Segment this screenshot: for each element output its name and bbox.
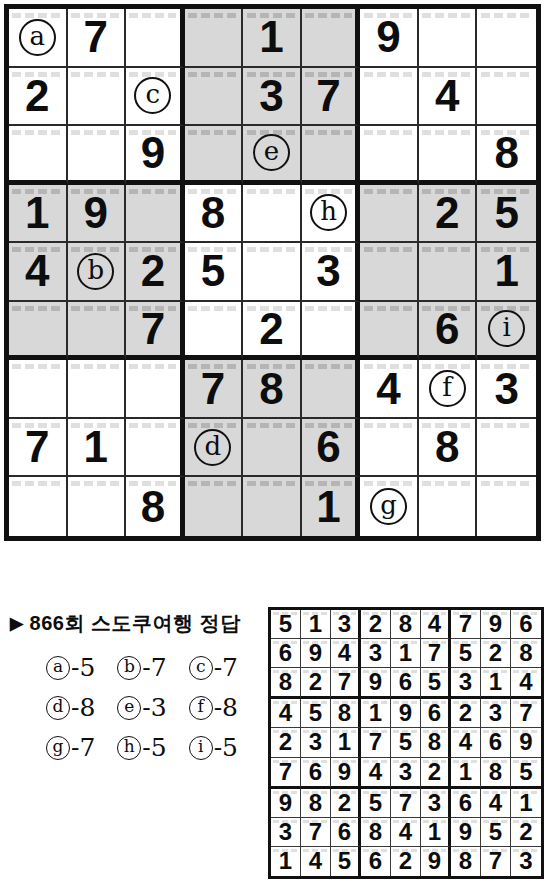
- solution-cell-r8c7: 9: [451, 818, 481, 847]
- solution-digit: 8: [459, 847, 472, 875]
- circled-letter-h: h: [310, 194, 347, 231]
- solution-cell-r1c1: 5: [271, 610, 301, 639]
- solution-digit: 3: [279, 818, 292, 846]
- solution-cell-r8c6: 1: [421, 818, 451, 847]
- solution-cell-r4c3: 8: [331, 699, 361, 728]
- watermark-stripe: [129, 189, 176, 194]
- puzzle-cell-r1c1: a: [9, 9, 68, 68]
- solution-cell-r2c1: 6: [271, 639, 301, 668]
- puzzle-cell-r9c9: [477, 477, 536, 536]
- puzzle-cell-r3c4: [185, 126, 244, 185]
- given-digit: 8: [494, 128, 518, 178]
- solution-cell-r2c4: 3: [361, 639, 391, 668]
- watermark-stripe: [12, 364, 62, 369]
- answer-value: -7: [142, 653, 166, 682]
- solution-digit: 7: [338, 668, 351, 696]
- solution-cell-r2c9: 8: [511, 639, 541, 668]
- solution-digit: 9: [309, 639, 322, 667]
- solution-cell-r6c6: 2: [421, 758, 451, 789]
- given-digit: 3: [494, 364, 518, 414]
- given-digit: 2: [141, 246, 165, 296]
- puzzle-cell-r7c8: f: [419, 360, 478, 419]
- answer-value: -3: [142, 693, 166, 722]
- given-digit: 2: [25, 71, 49, 121]
- solution-digit: 3: [428, 789, 441, 817]
- puzzle-cell-r2c9: [477, 68, 536, 127]
- puzzle-cell-r7c9: 3: [477, 360, 536, 419]
- given-digit: 4: [25, 246, 49, 296]
- watermark-stripe: [247, 423, 297, 428]
- solution-digit: 1: [338, 728, 351, 756]
- solution-cell-r1c9: 6: [511, 610, 541, 639]
- solution-cell-r7c7: 6: [451, 789, 481, 818]
- solution-digit: 1: [309, 610, 322, 638]
- solution-cell-r6c4: 4: [361, 758, 391, 789]
- given-digit: 3: [316, 246, 340, 296]
- solution-cell-r3c6: 5: [421, 668, 451, 699]
- solution-digit: 3: [489, 699, 502, 727]
- answer-pair-a: a-5: [46, 653, 117, 682]
- puzzle-cell-r4c5: [243, 185, 302, 244]
- given-digit: 5: [201, 246, 225, 296]
- solution-cell-r7c1: 9: [271, 789, 301, 818]
- solution-cell-r7c3: 2: [331, 789, 361, 818]
- solution-cell-r9c9: 3: [511, 847, 541, 876]
- solution-digit: 2: [369, 610, 382, 638]
- puzzle-cell-r5c3: 2: [126, 243, 185, 302]
- solution-cell-r8c3: 6: [331, 818, 361, 847]
- solution-digit: 5: [489, 818, 502, 846]
- puzzle-cell-r1c5: 1: [243, 9, 302, 68]
- watermark-stripe: [364, 189, 414, 194]
- answer-value: -7: [214, 653, 238, 682]
- watermark-stripe: [188, 72, 238, 77]
- puzzle-cell-r5c8: [419, 243, 478, 302]
- answer-pair-e: e-3: [117, 693, 188, 722]
- answer-row: d-8e-3f-8: [46, 693, 260, 722]
- solution-digit: 9: [459, 818, 472, 846]
- answer-key-title: ▶ 866회 스도쿠여행 정답: [10, 610, 260, 637]
- given-digit: 2: [259, 304, 283, 354]
- solution-digit: 5: [369, 789, 382, 817]
- puzzle-cell-r6c4: [185, 302, 244, 361]
- watermark-stripe: [364, 423, 414, 428]
- puzzle-cell-r8c7: [360, 419, 419, 478]
- solution-digit: 7: [459, 610, 472, 638]
- puzzle-cell-r4c1: 1: [9, 185, 68, 244]
- solution-cell-r8c1: 3: [271, 818, 301, 847]
- watermark-stripe: [71, 364, 121, 369]
- circled-letter-f: f: [189, 696, 213, 720]
- solution-cell-r8c8: 5: [481, 818, 511, 847]
- puzzle-cell-r2c1: 2: [9, 68, 68, 127]
- solution-digit: 4: [309, 847, 322, 875]
- watermark-stripe: [247, 189, 297, 194]
- puzzle-cell-r3c2: [68, 126, 127, 185]
- solution-cell-r2c5: 1: [391, 639, 421, 668]
- circled-letter-a: a: [19, 19, 56, 56]
- given-digit: 7: [201, 364, 225, 414]
- watermark-stripe: [481, 481, 533, 486]
- watermark-stripe: [422, 247, 472, 252]
- puzzle-cell-r5c9: 1: [477, 243, 536, 302]
- solution-cell-r3c3: 7: [331, 668, 361, 699]
- page: a7192c3749e8198h254b2531726i784f371d6881…: [0, 0, 545, 890]
- watermark-stripe: [305, 130, 352, 135]
- solution-digit: 8: [309, 789, 322, 817]
- given-digit: 1: [259, 12, 283, 62]
- watermark-stripe: [71, 306, 121, 311]
- puzzle-cell-r6c2: [68, 302, 127, 361]
- puzzle-cell-r8c1: 7: [9, 419, 68, 478]
- given-digit: 4: [435, 71, 459, 121]
- answer-value: -5: [71, 653, 95, 682]
- given-digit: 9: [376, 12, 400, 62]
- solution-digit: 5: [399, 728, 412, 756]
- puzzle-cell-r2c5: 3: [243, 68, 302, 127]
- puzzle-cell-r8c9: [477, 419, 536, 478]
- solution-cell-r3c5: 6: [391, 668, 421, 699]
- solution-cell-r7c6: 3: [421, 789, 451, 818]
- puzzle-cell-r3c1: [9, 126, 68, 185]
- circled-letter-g: g: [370, 488, 407, 525]
- solution-digit: 2: [338, 789, 351, 817]
- puzzle-cell-r3c6: [302, 126, 361, 185]
- solution-digit: 4: [459, 728, 472, 756]
- watermark-stripe: [71, 72, 121, 77]
- puzzle-cell-r4c7: [360, 185, 419, 244]
- solution-cell-r5c9: 9: [511, 728, 541, 757]
- puzzle-cell-r6c5: 2: [243, 302, 302, 361]
- circled-letter-e: e: [117, 696, 141, 720]
- solution-digit: 3: [369, 639, 382, 667]
- solution-cell-r9c8: 7: [481, 847, 511, 876]
- given-digit: 7: [25, 422, 49, 472]
- solution-digit: 2: [309, 668, 322, 696]
- puzzle-cell-r9c8: [419, 477, 478, 536]
- watermark-stripe: [364, 306, 414, 311]
- solution-cell-r4c9: 7: [511, 699, 541, 728]
- solution-cell-r2c3: 4: [331, 639, 361, 668]
- watermark-stripe: [12, 13, 62, 18]
- puzzle-cell-r5c5: [243, 243, 302, 302]
- puzzle-cell-r7c6: [302, 360, 361, 419]
- watermark-stripe: [129, 423, 176, 428]
- watermark-stripe: [364, 247, 414, 252]
- answer-value: -8: [214, 693, 238, 722]
- puzzle-cell-r7c7: 4: [360, 360, 419, 419]
- puzzle-cell-r9c7: g: [360, 477, 419, 536]
- solution-cell-r9c4: 6: [361, 847, 391, 876]
- solution-cell-r1c4: 2: [361, 610, 391, 639]
- answer-key: ▶ 866회 스도쿠여행 정답 a-5b-7c-7d-8e-3f-8g-7h-5…: [10, 610, 260, 773]
- solution-digit: 9: [428, 847, 441, 875]
- solution-digit: 5: [309, 699, 322, 727]
- puzzle-cell-r9c4: [185, 477, 244, 536]
- solution-cell-r4c5: 9: [391, 699, 421, 728]
- solution-cell-r9c6: 9: [421, 847, 451, 876]
- solution-digit: 1: [489, 668, 502, 696]
- circled-letter-f: f: [429, 370, 466, 407]
- solution-cell-r4c7: 2: [451, 699, 481, 728]
- circled-letter-e: e: [253, 134, 290, 171]
- given-digit: 6: [435, 304, 459, 354]
- given-digit: 9: [141, 128, 165, 178]
- solution-cell-r6c3: 9: [331, 758, 361, 789]
- solution-digit: 5: [428, 668, 441, 696]
- puzzle-cell-r1c2: 7: [68, 9, 127, 68]
- solution-cell-r1c8: 9: [481, 610, 511, 639]
- watermark-stripe: [71, 130, 121, 135]
- solution-digit: 3: [338, 610, 351, 638]
- answer-value: -7: [71, 733, 95, 762]
- solution-digit: 5: [519, 758, 532, 786]
- puzzle-cell-r1c7: 9: [360, 9, 419, 68]
- given-digit: 1: [84, 422, 108, 472]
- answer-pair-i: i-5: [189, 733, 260, 762]
- solution-digit: 6: [519, 610, 532, 638]
- solution-digit: 8: [279, 668, 292, 696]
- solution-digit: 8: [338, 699, 351, 727]
- puzzle-cell-r7c5: 8: [243, 360, 302, 419]
- watermark-stripe: [422, 481, 472, 486]
- puzzle-cell-r8c3: [126, 419, 185, 478]
- watermark-stripe: [364, 481, 414, 486]
- solution-grid: 5132847966943175288279653144581962372317…: [268, 607, 544, 879]
- solution-digit: 7: [519, 699, 532, 727]
- watermark-stripe: [188, 130, 238, 135]
- solution-digit: 9: [399, 699, 412, 727]
- answer-pair-c: c-7: [189, 653, 260, 682]
- watermark-stripe: [12, 306, 62, 311]
- watermark-stripe: [481, 72, 533, 77]
- circled-letter-a: a: [46, 656, 70, 680]
- answer-value: -5: [142, 733, 166, 762]
- watermark-stripe: [12, 130, 62, 135]
- puzzle-cell-r8c2: 1: [68, 419, 127, 478]
- solution-digit: 2: [399, 847, 412, 875]
- solution-digit: 6: [489, 728, 502, 756]
- puzzle-cell-r1c9: [477, 9, 536, 68]
- solution-cell-r3c1: 8: [271, 668, 301, 699]
- puzzle-cell-r9c1: [9, 477, 68, 536]
- puzzle-cell-r5c7: [360, 243, 419, 302]
- circled-letter-b: b: [77, 253, 114, 290]
- puzzle-cell-r7c1: [9, 360, 68, 419]
- watermark-stripe: [422, 364, 472, 369]
- solution-cell-r5c7: 4: [451, 728, 481, 757]
- given-digit: 8: [201, 188, 225, 238]
- solution-cell-r4c2: 5: [301, 699, 331, 728]
- solution-cell-r7c5: 7: [391, 789, 421, 818]
- solution-digit: 6: [338, 818, 351, 846]
- puzzle-cell-r5c4: 5: [185, 243, 244, 302]
- watermark-stripe: [129, 72, 176, 77]
- solution-digit: 2: [519, 818, 532, 846]
- solution-digit: 6: [279, 639, 292, 667]
- given-digit: 7: [141, 304, 165, 354]
- puzzle-cell-r9c2: [68, 477, 127, 536]
- solution-cell-r3c7: 3: [451, 668, 481, 699]
- solution-digit: 7: [489, 847, 502, 875]
- solution-cell-r5c8: 6: [481, 728, 511, 757]
- solution-cell-r6c2: 6: [301, 758, 331, 789]
- answer-key-title-text: 866회 스도쿠여행 정답: [30, 610, 241, 637]
- solution-digit: 4: [489, 789, 502, 817]
- watermark-stripe: [481, 13, 533, 18]
- watermark-stripe: [129, 364, 176, 369]
- puzzle-cell-r2c2: [68, 68, 127, 127]
- solution-digit: 6: [369, 847, 382, 875]
- answer-pair-g: g-7: [46, 733, 117, 762]
- puzzle-cell-r2c8: 4: [419, 68, 478, 127]
- solution-cell-r4c1: 4: [271, 699, 301, 728]
- solution-digit: 8: [428, 728, 441, 756]
- solution-cell-r9c3: 5: [331, 847, 361, 876]
- circled-letter-c: c: [189, 656, 213, 680]
- puzzle-cell-r3c5: e: [243, 126, 302, 185]
- solution-cell-r1c7: 7: [451, 610, 481, 639]
- puzzle-cell-r6c8: 6: [419, 302, 478, 361]
- answer-row: a-5b-7c-7: [46, 653, 260, 682]
- solution-cell-r6c7: 1: [451, 758, 481, 789]
- solution-cell-r7c8: 4: [481, 789, 511, 818]
- watermark-stripe: [481, 423, 533, 428]
- given-digit: 6: [316, 422, 340, 472]
- puzzle-cell-r9c5: [243, 477, 302, 536]
- solution-cell-r5c4: 7: [361, 728, 391, 757]
- puzzle-cell-r2c4: [185, 68, 244, 127]
- puzzle-cell-r5c1: 4: [9, 243, 68, 302]
- puzzle-cell-r8c8: 8: [419, 419, 478, 478]
- solution-digit: 2: [459, 699, 472, 727]
- solution-digit: 4: [399, 818, 412, 846]
- solution-digit: 5: [279, 610, 292, 638]
- solution-digit: 8: [519, 639, 532, 667]
- puzzle-cell-r6c1: [9, 302, 68, 361]
- triangle-marker-icon: ▶: [10, 613, 24, 634]
- solution-digit: 6: [309, 758, 322, 786]
- puzzle-cell-r3c8: [419, 126, 478, 185]
- puzzle-cell-r2c7: [360, 68, 419, 127]
- given-digit: 3: [259, 71, 283, 121]
- solution-cell-r4c4: 1: [361, 699, 391, 728]
- solution-digit: 9: [338, 758, 351, 786]
- answer-row: g-7h-5i-5: [46, 733, 260, 762]
- given-digit: 5: [494, 188, 518, 238]
- puzzle-cell-r6c3: 7: [126, 302, 185, 361]
- solution-cell-r5c3: 1: [331, 728, 361, 757]
- puzzle-cell-r1c4: [185, 9, 244, 68]
- puzzle-cell-r8c5: [243, 419, 302, 478]
- puzzle-cell-r3c9: 8: [477, 126, 536, 185]
- watermark-stripe: [129, 13, 176, 18]
- solution-digit: 2: [279, 728, 292, 756]
- circled-letter-c: c: [134, 77, 171, 114]
- watermark-stripe: [188, 481, 238, 486]
- solution-digit: 9: [369, 668, 382, 696]
- solution-cell-r6c5: 3: [391, 758, 421, 789]
- solution-digit: 4: [519, 668, 532, 696]
- puzzle-cell-r3c7: [360, 126, 419, 185]
- solution-digit: 4: [428, 610, 441, 638]
- puzzle-cell-r5c6: 3: [302, 243, 361, 302]
- puzzle-cell-r8c4: d: [185, 419, 244, 478]
- solution-cell-r6c8: 8: [481, 758, 511, 789]
- watermark-stripe: [305, 306, 352, 311]
- solution-digit: 1: [369, 699, 382, 727]
- solution-cell-r2c7: 5: [451, 639, 481, 668]
- solution-digit: 6: [428, 699, 441, 727]
- solution-cell-r1c5: 8: [391, 610, 421, 639]
- solution-digit: 8: [369, 818, 382, 846]
- given-digit: 9: [84, 188, 108, 238]
- puzzle-cell-r6c6: [302, 302, 361, 361]
- puzzle-cell-r3c3: 9: [126, 126, 185, 185]
- solution-cell-r6c9: 5: [511, 758, 541, 789]
- puzzle-cell-r1c3: [126, 9, 185, 68]
- solution-digit: 7: [309, 818, 322, 846]
- circled-letter-i: i: [488, 310, 525, 347]
- solution-digit: 1: [519, 789, 532, 817]
- puzzle-cell-r5c2: b: [68, 243, 127, 302]
- answer-value: -5: [214, 733, 238, 762]
- solution-digit: 8: [399, 610, 412, 638]
- solution-digit: 6: [399, 668, 412, 696]
- solution-cell-r9c7: 8: [451, 847, 481, 876]
- solution-digit: 3: [399, 758, 412, 786]
- given-digit: 1: [316, 482, 340, 532]
- given-digit: 1: [25, 188, 49, 238]
- solution-cell-r7c4: 5: [361, 789, 391, 818]
- solution-cell-r4c6: 6: [421, 699, 451, 728]
- solution-cell-r9c2: 4: [301, 847, 331, 876]
- solution-cell-r5c6: 8: [421, 728, 451, 757]
- puzzle-cell-r6c9: i: [477, 302, 536, 361]
- solution-cell-r3c2: 2: [301, 668, 331, 699]
- watermark-stripe: [188, 13, 238, 18]
- solution-digit: 3: [309, 728, 322, 756]
- watermark-stripe: [188, 306, 238, 311]
- watermark-stripe: [188, 423, 238, 428]
- puzzle-cell-r4c2: 9: [68, 185, 127, 244]
- solution-digit: 7: [428, 639, 441, 667]
- solution-cell-r5c2: 3: [301, 728, 331, 757]
- solution-cell-r7c9: 1: [511, 789, 541, 818]
- given-digit: 8: [141, 482, 165, 532]
- watermark-stripe: [305, 364, 352, 369]
- solution-digit: 3: [519, 847, 532, 875]
- given-digit: 4: [376, 364, 400, 414]
- solution-cell-r2c2: 9: [301, 639, 331, 668]
- solution-cell-r8c5: 4: [391, 818, 421, 847]
- solution-cell-r4c8: 3: [481, 699, 511, 728]
- solution-cell-r9c1: 1: [271, 847, 301, 876]
- circled-letter-g: g: [46, 736, 70, 760]
- solution-cell-r6c1: 7: [271, 758, 301, 789]
- puzzle-cell-r4c3: [126, 185, 185, 244]
- solution-digit: 8: [489, 758, 502, 786]
- solution-digit: 5: [338, 847, 351, 875]
- puzzle-cell-r9c3: 8: [126, 477, 185, 536]
- answer-pair-f: f-8: [189, 693, 260, 722]
- solution-digit: 7: [399, 789, 412, 817]
- puzzle-cell-r9c6: 1: [302, 477, 361, 536]
- answer-pair-h: h-5: [117, 733, 188, 762]
- watermark-stripe: [364, 130, 414, 135]
- solution-cell-r3c9: 4: [511, 668, 541, 699]
- solution-digit: 2: [489, 639, 502, 667]
